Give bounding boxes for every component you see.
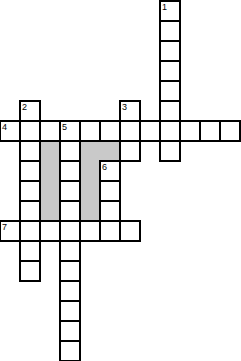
letter-cell[interactable] — [99, 120, 121, 142]
gray-filler-cell — [39, 140, 61, 162]
letter-cell[interactable] — [59, 280, 81, 302]
letter-cell[interactable] — [59, 180, 81, 202]
letter-cell[interactable] — [59, 320, 81, 342]
letter-cell[interactable] — [59, 140, 81, 162]
clue-number-7: 7 — [2, 222, 7, 232]
letter-cell[interactable] — [179, 120, 201, 142]
letter-cell[interactable] — [119, 140, 141, 162]
letter-cell[interactable] — [19, 180, 41, 202]
letter-cell[interactable] — [119, 220, 141, 242]
gray-filler-cell — [79, 140, 101, 162]
letter-cell[interactable] — [19, 140, 41, 162]
letter-cell[interactable] — [19, 200, 41, 222]
letter-cell[interactable] — [59, 340, 81, 361]
clue-number-6: 6 — [102, 162, 107, 172]
letter-cell[interactable] — [219, 120, 241, 142]
letter-cell[interactable] — [159, 120, 181, 142]
gray-filler-cell — [39, 160, 61, 182]
gray-filler-cell — [79, 160, 101, 182]
letter-cell[interactable] — [19, 260, 41, 282]
letter-cell[interactable] — [59, 160, 81, 182]
letter-cell[interactable] — [159, 20, 181, 42]
letter-cell[interactable] — [159, 40, 181, 62]
letter-cell[interactable] — [159, 140, 181, 162]
letter-cell[interactable] — [139, 120, 161, 142]
letter-cell[interactable] — [159, 60, 181, 82]
gray-filler-cell — [99, 140, 121, 162]
letter-cell[interactable] — [79, 120, 101, 142]
clue-number-3: 3 — [122, 102, 127, 112]
letter-cell[interactable] — [59, 200, 81, 222]
letter-cell[interactable] — [119, 120, 141, 142]
letter-cell[interactable] — [59, 300, 81, 322]
letter-cell[interactable] — [19, 220, 41, 242]
gray-filler-cell — [79, 180, 101, 202]
clue-number-2: 2 — [22, 102, 27, 112]
letter-cell[interactable] — [19, 240, 41, 262]
letter-cell[interactable] — [159, 80, 181, 102]
letter-cell[interactable] — [199, 120, 221, 142]
letter-cell[interactable] — [99, 220, 121, 242]
letter-cell[interactable] — [99, 200, 121, 222]
letter-cell[interactable] — [159, 100, 181, 122]
clue-number-1: 1 — [162, 2, 167, 12]
letter-cell[interactable] — [59, 260, 81, 282]
crossword-board: 1234567 — [0, 0, 241, 361]
letter-cell[interactable] — [19, 120, 41, 142]
gray-filler-cell — [79, 200, 101, 222]
crossword-page: 1234567 — [0, 0, 241, 361]
letter-cell[interactable] — [99, 180, 121, 202]
clue-number-5: 5 — [62, 122, 67, 132]
letter-cell[interactable] — [79, 220, 101, 242]
letter-cell[interactable] — [39, 120, 61, 142]
letter-cell[interactable] — [59, 220, 81, 242]
letter-cell[interactable] — [59, 240, 81, 262]
letter-cell[interactable] — [39, 220, 61, 242]
letter-cell[interactable] — [19, 160, 41, 182]
gray-filler-cell — [39, 180, 61, 202]
gray-filler-cell — [39, 200, 61, 222]
clue-number-4: 4 — [2, 122, 7, 132]
